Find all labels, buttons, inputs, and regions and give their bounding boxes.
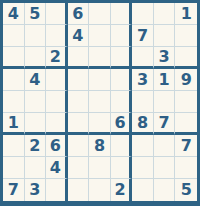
cell-r9c7[interactable] [132, 179, 154, 201]
cell-r6c8[interactable]: 7 [154, 113, 176, 135]
cell-r7c9[interactable]: 7 [175, 135, 197, 157]
cell-r3c3[interactable]: 2 [46, 47, 68, 69]
cell-r9c6[interactable]: 2 [111, 179, 133, 201]
cell-r1c6[interactable] [111, 3, 133, 25]
cell-r7c5[interactable]: 8 [89, 135, 111, 157]
cell-r1c7[interactable] [132, 3, 154, 25]
cell-r2c6[interactable] [111, 25, 133, 47]
cell-r3c7[interactable] [132, 47, 154, 69]
cell-r8c5[interactable] [89, 157, 111, 179]
cell-r7c7[interactable] [132, 135, 154, 157]
cell-r4c8[interactable]: 1 [154, 69, 176, 91]
cell-r4c2[interactable]: 4 [25, 69, 47, 91]
cell-r7c6[interactable] [111, 135, 133, 157]
cell-r7c2[interactable]: 2 [25, 135, 47, 157]
cell-r3c8[interactable]: 3 [154, 47, 176, 69]
sudoku-board: 4561472343191687268747325 [0, 0, 200, 206]
cell-r5c4[interactable] [68, 91, 90, 113]
cell-r9c1[interactable]: 7 [3, 179, 25, 201]
cell-r4c9[interactable]: 9 [175, 69, 197, 91]
cell-r2c1[interactable] [3, 25, 25, 47]
cell-r9c3[interactable] [46, 179, 68, 201]
cell-r6c3[interactable] [46, 113, 68, 135]
cell-r8c1[interactable] [3, 157, 25, 179]
cell-r3c1[interactable] [3, 47, 25, 69]
cell-r5c2[interactable] [25, 91, 47, 113]
cell-r7c3[interactable]: 6 [46, 135, 68, 157]
cell-r2c7[interactable]: 7 [132, 25, 154, 47]
cell-r2c4[interactable]: 4 [68, 25, 90, 47]
cell-r4c5[interactable] [89, 69, 111, 91]
cell-r6c6[interactable]: 6 [111, 113, 133, 135]
cell-r8c3[interactable]: 4 [46, 157, 68, 179]
cell-r3c2[interactable] [25, 47, 47, 69]
cell-r3c4[interactable] [68, 47, 90, 69]
cell-r3c9[interactable] [175, 47, 197, 69]
cell-r4c3[interactable] [46, 69, 68, 91]
cell-r2c2[interactable] [25, 25, 47, 47]
cell-r9c8[interactable] [154, 179, 176, 201]
cell-r5c1[interactable] [3, 91, 25, 113]
cell-r2c9[interactable] [175, 25, 197, 47]
cell-r8c9[interactable] [175, 157, 197, 179]
cell-r3c5[interactable] [89, 47, 111, 69]
cell-r1c2[interactable]: 5 [25, 3, 47, 25]
cell-r6c1[interactable]: 1 [3, 113, 25, 135]
cell-r1c5[interactable] [89, 3, 111, 25]
cell-r7c4[interactable] [68, 135, 90, 157]
cell-r5c3[interactable] [46, 91, 68, 113]
cell-r5c7[interactable] [132, 91, 154, 113]
cell-r6c4[interactable] [68, 113, 90, 135]
cell-r6c7[interactable]: 8 [132, 113, 154, 135]
cell-r6c9[interactable] [175, 113, 197, 135]
cell-r1c4[interactable]: 6 [68, 3, 90, 25]
cell-r7c1[interactable] [3, 135, 25, 157]
cell-r9c4[interactable] [68, 179, 90, 201]
cell-r9c5[interactable] [89, 179, 111, 201]
cell-r4c7[interactable]: 3 [132, 69, 154, 91]
cell-r4c1[interactable] [3, 69, 25, 91]
cell-r5c9[interactable] [175, 91, 197, 113]
cell-r2c3[interactable] [46, 25, 68, 47]
cell-r6c5[interactable] [89, 113, 111, 135]
cell-r5c5[interactable] [89, 91, 111, 113]
cell-r8c8[interactable] [154, 157, 176, 179]
cell-r5c6[interactable] [111, 91, 133, 113]
cell-r4c6[interactable] [111, 69, 133, 91]
cell-r4c4[interactable] [68, 69, 90, 91]
cell-r3c6[interactable] [111, 47, 133, 69]
cell-r8c2[interactable] [25, 157, 47, 179]
cell-r1c1[interactable]: 4 [3, 3, 25, 25]
cell-r1c3[interactable] [46, 3, 68, 25]
cell-r8c7[interactable] [132, 157, 154, 179]
cell-r6c2[interactable] [25, 113, 47, 135]
cell-r1c9[interactable]: 1 [175, 3, 197, 25]
cell-r1c8[interactable] [154, 3, 176, 25]
cell-r9c2[interactable]: 3 [25, 179, 47, 201]
cell-r8c6[interactable] [111, 157, 133, 179]
cell-r2c5[interactable] [89, 25, 111, 47]
cell-r2c8[interactable] [154, 25, 176, 47]
cell-r8c4[interactable] [68, 157, 90, 179]
cell-r7c8[interactable] [154, 135, 176, 157]
cell-r5c8[interactable] [154, 91, 176, 113]
cell-r9c9[interactable]: 5 [175, 179, 197, 201]
